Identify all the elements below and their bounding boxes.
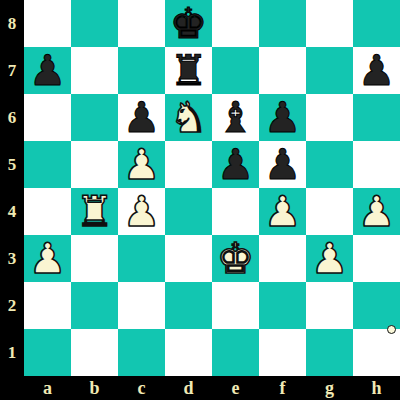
square-b8[interactable]: [71, 0, 118, 47]
white-pawn-c5[interactable]: ♟: [123, 141, 161, 188]
square-f8[interactable]: [259, 0, 306, 47]
square-f5[interactable]: ♟: [259, 141, 306, 188]
square-e5[interactable]: ♟: [212, 141, 259, 188]
square-d3[interactable]: [165, 235, 212, 282]
square-h7[interactable]: ♟: [353, 47, 400, 94]
square-d1[interactable]: [165, 329, 212, 376]
square-a2[interactable]: [24, 282, 71, 329]
black-pawn-e5[interactable]: ♟: [217, 141, 255, 188]
rank-label-7: 7: [0, 47, 24, 94]
rank-label-4: 4: [0, 188, 24, 235]
square-d7[interactable]: ♜: [165, 47, 212, 94]
black-pawn-a7[interactable]: ♟: [29, 47, 67, 94]
square-d6[interactable]: ♞: [165, 94, 212, 141]
square-f2[interactable]: [259, 282, 306, 329]
square-c2[interactable]: [118, 282, 165, 329]
square-a4[interactable]: [24, 188, 71, 235]
white-rook-b4[interactable]: ♜: [76, 188, 114, 235]
white-to-move-indicator: [387, 325, 396, 334]
square-a1[interactable]: [24, 329, 71, 376]
white-pawn-f4[interactable]: ♟: [264, 188, 302, 235]
rank-label-8: 8: [0, 0, 24, 47]
square-d4[interactable]: [165, 188, 212, 235]
square-b2[interactable]: [71, 282, 118, 329]
file-label-c: c: [118, 376, 165, 400]
file-label-b: b: [71, 376, 118, 400]
square-a8[interactable]: [24, 0, 71, 47]
white-pawn-a3[interactable]: ♟: [29, 235, 67, 282]
square-e8[interactable]: [212, 0, 259, 47]
square-f3[interactable]: [259, 235, 306, 282]
rank-label-3: 3: [0, 235, 24, 282]
rank-label-6: 6: [0, 94, 24, 141]
square-b1[interactable]: [71, 329, 118, 376]
square-c7[interactable]: [118, 47, 165, 94]
file-labels: abcdefgh: [24, 376, 400, 400]
rank-label-5: 5: [0, 141, 24, 188]
square-e3[interactable]: ♚: [212, 235, 259, 282]
square-c4[interactable]: ♟: [118, 188, 165, 235]
square-f4[interactable]: ♟: [259, 188, 306, 235]
square-g2[interactable]: [306, 282, 353, 329]
square-b7[interactable]: [71, 47, 118, 94]
square-e4[interactable]: [212, 188, 259, 235]
square-h3[interactable]: [353, 235, 400, 282]
black-bishop-e6[interactable]: ♝: [217, 94, 255, 141]
square-c3[interactable]: [118, 235, 165, 282]
square-g7[interactable]: [306, 47, 353, 94]
square-e1[interactable]: [212, 329, 259, 376]
file-label-h: h: [353, 376, 400, 400]
square-e2[interactable]: [212, 282, 259, 329]
square-g8[interactable]: [306, 0, 353, 47]
square-d5[interactable]: [165, 141, 212, 188]
square-h4[interactable]: ♟: [353, 188, 400, 235]
square-c1[interactable]: [118, 329, 165, 376]
file-label-d: d: [165, 376, 212, 400]
square-e7[interactable]: [212, 47, 259, 94]
rank-labels: 87654321: [0, 0, 24, 376]
rank-label-2: 2: [0, 282, 24, 329]
square-b6[interactable]: [71, 94, 118, 141]
square-a3[interactable]: ♟: [24, 235, 71, 282]
square-h6[interactable]: [353, 94, 400, 141]
square-d8[interactable]: ♚: [165, 0, 212, 47]
square-g3[interactable]: ♟: [306, 235, 353, 282]
square-h2[interactable]: [353, 282, 400, 329]
square-b3[interactable]: [71, 235, 118, 282]
square-g6[interactable]: [306, 94, 353, 141]
black-pawn-f6[interactable]: ♟: [264, 94, 302, 141]
square-h5[interactable]: [353, 141, 400, 188]
file-label-f: f: [259, 376, 306, 400]
black-pawn-h7[interactable]: ♟: [358, 47, 396, 94]
chess-board: ♚♟♜♟♟♞♝♟♟♟♟♜♟♟♟♟♚♟: [24, 0, 400, 376]
file-label-a: a: [24, 376, 71, 400]
file-label-g: g: [306, 376, 353, 400]
square-h1[interactable]: [353, 329, 400, 376]
black-pawn-f5[interactable]: ♟: [264, 141, 302, 188]
square-d2[interactable]: [165, 282, 212, 329]
black-king-d8[interactable]: ♚: [170, 0, 208, 47]
black-rook-d7[interactable]: ♜: [170, 47, 208, 94]
square-b4[interactable]: ♜: [71, 188, 118, 235]
square-f7[interactable]: [259, 47, 306, 94]
white-king-e3[interactable]: ♚: [217, 235, 255, 282]
square-b5[interactable]: [71, 141, 118, 188]
square-g4[interactable]: [306, 188, 353, 235]
white-knight-d6[interactable]: ♞: [170, 94, 208, 141]
square-g1[interactable]: [306, 329, 353, 376]
square-h8[interactable]: [353, 0, 400, 47]
square-c8[interactable]: [118, 0, 165, 47]
square-a5[interactable]: [24, 141, 71, 188]
file-label-e: e: [212, 376, 259, 400]
black-pawn-c6[interactable]: ♟: [123, 94, 161, 141]
white-pawn-g3[interactable]: ♟: [311, 235, 349, 282]
square-f1[interactable]: [259, 329, 306, 376]
rank-label-1: 1: [0, 329, 24, 376]
white-pawn-h4[interactable]: ♟: [358, 188, 396, 235]
white-pawn-c4[interactable]: ♟: [123, 188, 161, 235]
square-c6[interactable]: ♟: [118, 94, 165, 141]
square-g5[interactable]: [306, 141, 353, 188]
square-f6[interactable]: ♟: [259, 94, 306, 141]
square-e6[interactable]: ♝: [212, 94, 259, 141]
square-a6[interactable]: [24, 94, 71, 141]
chess-puzzle-diagram: 87654321 ♚♟♜♟♟♞♝♟♟♟♟♜♟♟♟♟♚♟ abcdefgh: [0, 0, 400, 400]
square-a7[interactable]: ♟: [24, 47, 71, 94]
square-c5[interactable]: ♟: [118, 141, 165, 188]
